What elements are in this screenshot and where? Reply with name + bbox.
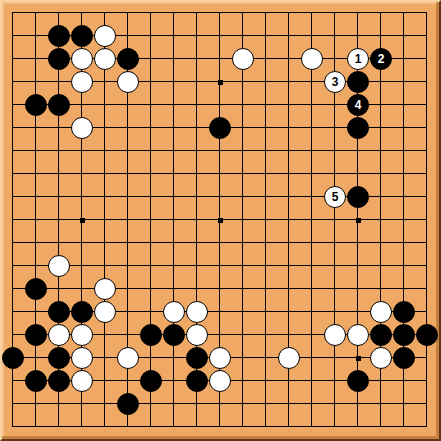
- white-stone: [71, 71, 93, 93]
- black-stone: [71, 25, 93, 47]
- black-stone: [393, 324, 415, 346]
- black-stone: [25, 94, 47, 116]
- black-stone: [25, 370, 47, 392]
- white-stone: [186, 301, 208, 323]
- move-1-white-stone: 1: [347, 48, 369, 70]
- white-stone: [71, 370, 93, 392]
- star-point: [80, 218, 85, 223]
- white-stone: [117, 71, 139, 93]
- white-stone: [71, 347, 93, 369]
- black-stone: [117, 393, 139, 415]
- white-stone: [48, 255, 70, 277]
- white-stone: [94, 278, 116, 300]
- white-stone: [48, 324, 70, 346]
- black-stone: [48, 25, 70, 47]
- black-stone: [209, 117, 231, 139]
- move-3-white-stone: 3: [324, 71, 346, 93]
- black-stone: [393, 347, 415, 369]
- white-stone: [94, 301, 116, 323]
- black-stone: [48, 301, 70, 323]
- white-stone: [71, 324, 93, 346]
- move-4-black-stone: 4: [347, 94, 369, 116]
- white-stone: [232, 48, 254, 70]
- star-point: [218, 218, 223, 223]
- white-stone: [370, 301, 392, 323]
- white-stone: [301, 48, 323, 70]
- white-stone: [209, 370, 231, 392]
- white-stone: [71, 117, 93, 139]
- black-stone: [25, 278, 47, 300]
- black-stone: [416, 324, 438, 346]
- black-stone: [140, 324, 162, 346]
- black-stone: [186, 370, 208, 392]
- white-stone: [324, 324, 346, 346]
- black-stone: [347, 71, 369, 93]
- white-stone: [278, 347, 300, 369]
- black-stone: [140, 370, 162, 392]
- white-stone: [163, 301, 185, 323]
- black-stone: [347, 117, 369, 139]
- white-stone: [347, 324, 369, 346]
- go-board-frame: 12345: [0, 0, 441, 441]
- black-stone: [48, 94, 70, 116]
- white-stone: [71, 48, 93, 70]
- white-stone: [209, 347, 231, 369]
- star-point: [356, 218, 361, 223]
- black-stone: [71, 301, 93, 323]
- black-stone: [186, 347, 208, 369]
- black-stone: [25, 324, 47, 346]
- move-5-white-stone: 5: [324, 186, 346, 208]
- black-stone: [2, 347, 24, 369]
- move-2-black-stone: 2: [370, 48, 392, 70]
- white-stone: [94, 48, 116, 70]
- black-stone: [163, 324, 185, 346]
- black-stone: [370, 324, 392, 346]
- white-stone: [94, 25, 116, 47]
- black-stone: [117, 48, 139, 70]
- black-stone: [347, 186, 369, 208]
- go-board: 12345: [2, 2, 439, 439]
- white-stone: [370, 347, 392, 369]
- black-stone: [48, 370, 70, 392]
- black-stone: [48, 48, 70, 70]
- white-stone: [186, 324, 208, 346]
- white-stone: [117, 347, 139, 369]
- star-point: [356, 356, 361, 361]
- star-point: [218, 80, 223, 85]
- black-stone: [393, 301, 415, 323]
- black-stone: [347, 370, 369, 392]
- black-stone: [48, 347, 70, 369]
